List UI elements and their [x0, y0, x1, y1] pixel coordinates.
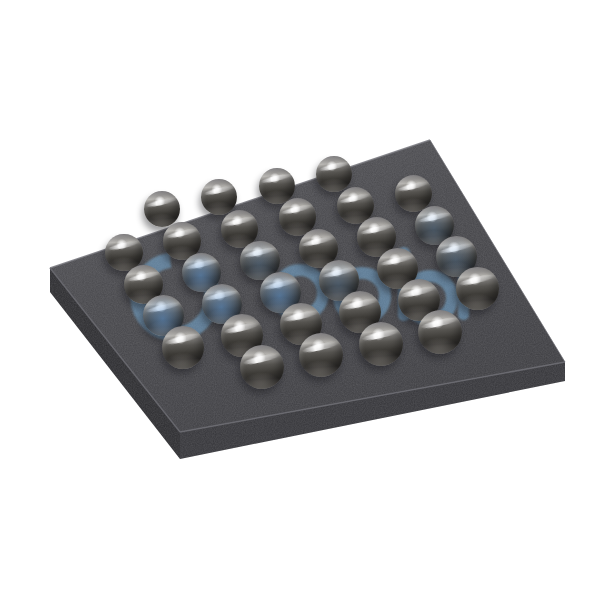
- solder-ball: [316, 156, 352, 192]
- solder-ball: [456, 267, 498, 309]
- solder-ball: [299, 333, 343, 377]
- product-photo: [0, 0, 600, 600]
- solder-ball: [162, 326, 204, 368]
- solder-ball: [201, 179, 237, 215]
- solder-ball: [144, 191, 180, 227]
- solder-ball: [359, 322, 403, 366]
- solder-ball: [240, 345, 284, 389]
- solder-ball: [259, 168, 295, 204]
- solder-ball-grid: [0, 0, 600, 600]
- solder-ball: [418, 310, 462, 354]
